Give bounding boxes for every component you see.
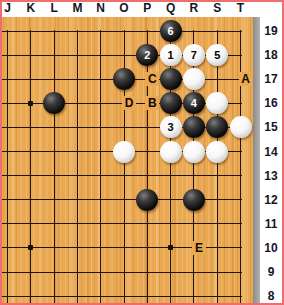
grid-line — [7, 30, 8, 305]
star-point — [28, 245, 33, 250]
move-number-5: 5 — [214, 49, 220, 61]
grid-line — [0, 296, 242, 297]
board-edge-shadow — [253, 17, 260, 305]
row-label-17: 17 — [260, 71, 282, 87]
column-label-J: J — [0, 1, 16, 16]
move-number-1: 1 — [168, 49, 174, 61]
star-point — [28, 101, 33, 106]
white-stone-S14[interactable] — [206, 141, 228, 163]
row-label-14: 14 — [260, 144, 282, 160]
grid-line — [0, 31, 242, 32]
row-label-19: 19 — [260, 23, 282, 39]
row-label-12: 12 — [260, 192, 282, 208]
white-stone-Q15[interactable]: 3 — [160, 116, 182, 138]
grid-line — [0, 223, 242, 224]
grid-line — [100, 30, 101, 305]
point-label-D: D — [122, 96, 136, 110]
grid-line — [0, 175, 242, 176]
black-stone-Q16[interactable] — [160, 92, 182, 114]
star-point — [168, 245, 173, 250]
column-label-N: N — [93, 1, 109, 16]
move-number-3: 3 — [168, 121, 174, 133]
move-number-6: 6 — [168, 25, 174, 37]
move-number-7: 7 — [191, 49, 197, 61]
column-label-P: P — [139, 1, 155, 16]
white-stone-Q14[interactable] — [160, 141, 182, 163]
grid-line — [0, 199, 242, 200]
column-label-R: R — [186, 1, 202, 16]
black-stone-Q17[interactable] — [160, 68, 182, 90]
white-stone-Q18[interactable]: 1 — [160, 44, 182, 66]
row-label-8: 8 — [260, 288, 282, 304]
black-stone-P12[interactable] — [136, 189, 158, 211]
row-label-16: 16 — [260, 95, 282, 111]
white-stone-O14[interactable] — [113, 141, 135, 163]
white-stone-T15[interactable] — [230, 116, 252, 138]
white-stone-R14[interactable] — [183, 141, 205, 163]
column-label-O: O — [116, 1, 132, 16]
point-label-B: B — [145, 96, 159, 110]
row-label-10: 10 — [260, 240, 282, 256]
black-stone-R12[interactable] — [183, 189, 205, 211]
column-label-M: M — [69, 1, 85, 16]
grid-line — [77, 30, 78, 305]
grid-line — [217, 30, 218, 305]
row-label-15: 15 — [260, 119, 282, 135]
column-label-L: L — [46, 1, 62, 16]
row-label-9: 9 — [260, 264, 282, 280]
point-label-E: E — [192, 241, 206, 255]
white-stone-R17[interactable] — [183, 68, 205, 90]
row-label-13: 13 — [260, 168, 282, 184]
point-label-A: A — [239, 72, 253, 86]
grid-line — [0, 272, 242, 273]
go-diagram: JKLMNOPQRST1918171615141312111098ABCDE62… — [0, 0, 284, 305]
column-label-S: S — [209, 1, 225, 16]
move-number-4: 4 — [191, 97, 197, 109]
grid-line — [54, 30, 55, 305]
column-label-K: K — [23, 1, 39, 16]
white-stone-R18[interactable]: 7 — [183, 44, 205, 66]
column-label-Q: Q — [163, 1, 179, 16]
row-label-18: 18 — [260, 47, 282, 63]
point-label-C: C — [145, 72, 159, 86]
column-label-T: T — [233, 1, 249, 16]
black-stone-Q19[interactable]: 6 — [160, 20, 182, 42]
grid-line — [30, 30, 31, 305]
move-number-2: 2 — [144, 49, 150, 61]
row-label-11: 11 — [260, 216, 282, 232]
